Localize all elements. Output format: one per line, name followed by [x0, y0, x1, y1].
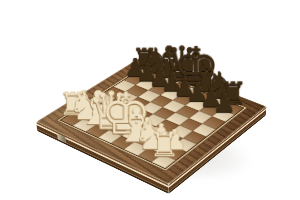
brass-clasp-latch — [57, 133, 66, 143]
folding-chess-board: ♜♞♟♝♟♛♟♚♟♝♟♞♟♜♟♟♟♟♜♟♞♟♝♟♛♟♚♟♝♟♞♜ — [36, 57, 266, 184]
scene-3d: ♜♞♟♝♟♛♟♚♟♝♟♞♟♜♟♟♟♟♜♟♞♟♝♟♛♟♚♟♝♟♞♜ — [0, 0, 300, 200]
white-rook-glyph: ♜ — [141, 128, 189, 162]
black-pawn-glyph: ♟ — [202, 90, 246, 116]
photo-canvas: ♜♞♟♝♟♛♟♚♟♝♟♞♟♜♟♟♟♟♜♟♞♟♝♟♛♟♚♟♝♟♞♜ — [0, 0, 300, 200]
